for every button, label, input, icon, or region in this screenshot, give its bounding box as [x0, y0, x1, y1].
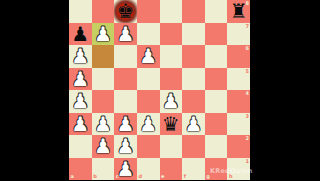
white-pawn-icon[interactable]: ♟	[117, 23, 135, 43]
square-b3[interactable]: ♟	[92, 113, 115, 136]
square-c6[interactable]	[114, 45, 137, 68]
file-label-d: d	[138, 174, 142, 179]
white-pawn-icon[interactable]: ♟	[184, 113, 202, 133]
square-e7[interactable]	[160, 23, 183, 46]
square-f6[interactable]	[182, 45, 205, 68]
rank-label-2: 2	[246, 136, 249, 141]
white-pawn-icon[interactable]: ♟	[94, 136, 112, 156]
file-label-a: a	[71, 174, 74, 179]
white-pawn-icon[interactable]: ♟	[139, 113, 157, 133]
square-d2[interactable]	[137, 135, 160, 158]
rank-label-6: 6	[246, 46, 249, 51]
rank-label-1: 1	[246, 159, 249, 164]
chess-board: ♚8♜♟♟♟7♟♟6♟5♟♟4♟♟♟♟♛♟3♟♟2abc♟defg1h	[69, 0, 250, 180]
square-d3[interactable]: ♟	[137, 113, 160, 136]
white-pawn-icon[interactable]: ♟	[162, 91, 180, 111]
square-d5[interactable]	[137, 68, 160, 91]
white-pawn-icon[interactable]: ♟	[71, 68, 89, 88]
square-d6[interactable]: ♟	[137, 45, 160, 68]
square-b7[interactable]: ♟	[92, 23, 115, 46]
square-e1[interactable]: e	[160, 158, 183, 181]
square-d7[interactable]	[137, 23, 160, 46]
square-b8[interactable]	[92, 0, 115, 23]
square-f8[interactable]	[182, 0, 205, 23]
square-f2[interactable]	[182, 135, 205, 158]
black-king-icon[interactable]: ♚	[117, 1, 135, 21]
square-e6[interactable]	[160, 45, 183, 68]
square-h3[interactable]: 3	[227, 113, 250, 136]
square-e3[interactable]: ♛	[160, 113, 183, 136]
square-f1[interactable]: f	[182, 158, 205, 181]
rank-label-7: 7	[246, 24, 249, 29]
square-h6[interactable]: 6	[227, 45, 250, 68]
square-a5[interactable]: ♟	[69, 68, 92, 91]
square-b5[interactable]	[92, 68, 115, 91]
rank-label-5: 5	[246, 69, 249, 74]
square-c1[interactable]: c♟	[114, 158, 137, 181]
file-label-f: f	[184, 174, 186, 179]
square-b2[interactable]: ♟	[92, 135, 115, 158]
square-g4[interactable]	[205, 90, 228, 113]
square-e4[interactable]: ♟	[160, 90, 183, 113]
black-queen-icon[interactable]: ♛	[162, 113, 180, 133]
white-pawn-icon[interactable]: ♟	[117, 113, 135, 133]
square-d4[interactable]	[137, 90, 160, 113]
square-c2[interactable]: ♟	[114, 135, 137, 158]
square-e8[interactable]	[160, 0, 183, 23]
video-frame: ♚8♜♟♟♟7♟♟6♟5♟♟4♟♟♟♟♛♟3♟♟2abc♟defg1h KRed…	[0, 0, 320, 180]
square-f3[interactable]: ♟	[182, 113, 205, 136]
white-pawn-icon[interactable]: ♟	[71, 113, 89, 133]
square-b6[interactable]	[92, 45, 115, 68]
square-h7[interactable]: 7	[227, 23, 250, 46]
square-h4[interactable]: 4	[227, 90, 250, 113]
square-h2[interactable]: 2	[227, 135, 250, 158]
file-label-e: e	[161, 174, 164, 179]
square-h5[interactable]: 5	[227, 68, 250, 91]
square-g3[interactable]	[205, 113, 228, 136]
square-g7[interactable]	[205, 23, 228, 46]
square-c3[interactable]: ♟	[114, 113, 137, 136]
square-a8[interactable]	[69, 0, 92, 23]
square-a7[interactable]: ♟	[69, 23, 92, 46]
black-rook-icon[interactable]: ♜	[230, 1, 248, 21]
square-c4[interactable]	[114, 90, 137, 113]
square-f7[interactable]	[182, 23, 205, 46]
white-pawn-icon[interactable]: ♟	[71, 91, 89, 111]
white-pawn-icon[interactable]: ♟	[94, 23, 112, 43]
square-a4[interactable]: ♟	[69, 90, 92, 113]
white-pawn-icon[interactable]: ♟	[71, 46, 89, 66]
square-g2[interactable]	[205, 135, 228, 158]
square-a1[interactable]: a	[69, 158, 92, 181]
square-c7[interactable]: ♟	[114, 23, 137, 46]
square-b1[interactable]: b	[92, 158, 115, 181]
square-e2[interactable]	[160, 135, 183, 158]
white-pawn-icon[interactable]: ♟	[139, 46, 157, 66]
square-d1[interactable]: d	[137, 158, 160, 181]
white-pawn-icon[interactable]: ♟	[94, 113, 112, 133]
square-h8[interactable]: 8♜	[227, 0, 250, 23]
square-g5[interactable]	[205, 68, 228, 91]
rank-label-3: 3	[246, 114, 249, 119]
square-a6[interactable]: ♟	[69, 45, 92, 68]
square-b4[interactable]	[92, 90, 115, 113]
square-e5[interactable]	[160, 68, 183, 91]
square-f4[interactable]	[182, 90, 205, 113]
square-c8[interactable]: ♚	[114, 0, 137, 23]
square-a2[interactable]	[69, 135, 92, 158]
black-pawn-icon[interactable]: ♟	[71, 23, 89, 43]
file-label-b: b	[93, 174, 97, 179]
square-g8[interactable]	[205, 0, 228, 23]
square-a3[interactable]: ♟	[69, 113, 92, 136]
square-f5[interactable]	[182, 68, 205, 91]
white-pawn-icon[interactable]: ♟	[117, 158, 135, 178]
square-g6[interactable]	[205, 45, 228, 68]
square-d8[interactable]	[137, 0, 160, 23]
square-c5[interactable]	[114, 68, 137, 91]
rank-label-4: 4	[246, 91, 249, 96]
watermark-text: KRedQuinn	[210, 167, 253, 175]
white-pawn-icon[interactable]: ♟	[117, 136, 135, 156]
